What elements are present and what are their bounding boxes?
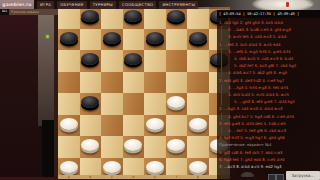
square-b2[interactable] — [80, 136, 102, 158]
square-a2[interactable] — [58, 136, 80, 158]
board-coordinates: abcdefgh — [58, 175, 230, 180]
square-f5[interactable] — [166, 72, 188, 94]
sub-bar: №1 Русские шашки — [0, 9, 58, 15]
move-line-19[interactable]: 6. hg3 fe5 7. gh2 ed4 8. c:e5 d:f4 — [219, 156, 318, 163]
square-c7[interactable] — [101, 29, 123, 51]
square-e3[interactable] — [144, 115, 166, 137]
file-label-b: b — [80, 175, 102, 180]
white-piece-d2[interactable] — [124, 139, 142, 151]
menu-item-4[interactable]: ИНСТРУМЕНТЫ — [159, 1, 198, 9]
black-piece-b8[interactable] — [81, 10, 99, 22]
black-piece-c7[interactable] — [103, 32, 121, 44]
square-e7[interactable] — [144, 29, 166, 51]
notification-icon[interactable] — [286, 2, 290, 7]
square-b3[interactable] — [80, 115, 102, 137]
move-line-14[interactable]: 3. ef4 g:e3 4. d:f4 de5 5. f:d6 c:e5 — [219, 120, 318, 127]
square-f3[interactable] — [166, 115, 188, 137]
square-d4[interactable] — [123, 93, 145, 115]
square-c6[interactable] — [101, 50, 123, 72]
topbar-right-controls: Профиль — [277, 0, 312, 9]
square-a8[interactable] — [58, 7, 80, 29]
white-piece-g1[interactable] — [189, 161, 207, 173]
file-label-a: a — [58, 175, 80, 180]
black-piece-d8[interactable] — [124, 10, 142, 22]
square-e4[interactable] — [144, 93, 166, 115]
white-piece-f4[interactable] — [167, 96, 185, 108]
square-c4[interactable] — [101, 93, 123, 115]
square-c2[interactable] — [101, 136, 123, 158]
panel-mini-button-2[interactable] — [276, 174, 284, 180]
square-g3[interactable] — [187, 115, 209, 137]
move-line-7[interactable]: 4. d:b6 a:c7 5. ab2 gf4 6. e:g5 — [221, 69, 318, 76]
file-label-c: c — [101, 175, 123, 180]
profile-label[interactable]: Профиль — [293, 2, 312, 7]
move-line-6[interactable]: 5. cb2 fe7 6. bc3 gf6 7. cb4 hg5 — [221, 62, 318, 69]
white-piece-a1[interactable] — [60, 161, 78, 173]
panel-mini-button-1[interactable] — [268, 174, 276, 180]
search-icon[interactable] — [277, 2, 282, 7]
white-piece-e1[interactable] — [146, 161, 164, 173]
square-e6[interactable] — [144, 50, 166, 72]
white-piece-g3[interactable] — [189, 118, 207, 130]
analysis-panel[interactable]: [ 43:09:54 | 58:42:17:35 | 43:09:49 ] 1.… — [217, 10, 320, 180]
move-line-11[interactable]: 5. …gh2 6. ef4 g:e3 7. d:f4 hg1 — [221, 98, 318, 105]
move-line-4[interactable]: 3. …ef4 4. e:g5 h:f4 5. g:e5 d:f4 — [221, 48, 318, 55]
game-number-chip[interactable]: №1 — [0, 9, 9, 15]
move-line-2[interactable]: 3. a:c5 fe5 4. cd4 e:c3 5. d:b4 — [221, 33, 318, 40]
square-d7[interactable] — [123, 29, 145, 51]
move-line-0[interactable]: 1. cb4 fg5 2. gf4 gh4 3. bc5 d:b4 — [219, 19, 318, 26]
square-e2[interactable] — [144, 136, 166, 158]
breadcrumb: Русские шашки — [11, 10, 39, 14]
white-piece-a3[interactable] — [60, 118, 78, 130]
square-g2[interactable] — [187, 136, 209, 158]
move-line-18[interactable]: 5. gf2 cd6 6. fe3 dc5 7. ab4 c:a3 — [219, 149, 318, 156]
black-piece-a7[interactable] — [60, 32, 78, 44]
menu-item-3[interactable]: СООБЩЕСТВО — [119, 1, 156, 9]
move-line-9[interactable]: 3. …fg3 4. h:f4 e:g3 5. fe5 d:f4 — [221, 84, 318, 91]
move-line-10[interactable]: 4. dc5 b:d4 5. e:c5 d:b4 6. a:c5 — [221, 91, 318, 98]
square-c3[interactable] — [101, 115, 123, 137]
move-line-16[interactable]: 4. fg3 h:f2 5. e:g3 hg7 6. gh4 gh6 — [219, 134, 318, 141]
square-g8[interactable] — [187, 7, 209, 29]
square-e5[interactable] — [144, 72, 166, 94]
square-c5[interactable] — [101, 72, 123, 94]
square-b4[interactable] — [80, 93, 102, 115]
background-led-dot — [46, 35, 49, 38]
menu-item-1[interactable]: ОБУЧЕНИЕ — [57, 1, 86, 9]
white-piece-f2[interactable] — [167, 139, 185, 151]
square-e8[interactable] — [144, 7, 166, 29]
move-list[interactable]: 1. cb4 fg5 2. gf4 gh4 3. bc5 d:b42. …ba5… — [217, 18, 320, 170]
move-line-1[interactable]: 2. …ba5 3. b:d6 c:e5 4. gf4 e:g3 — [221, 26, 318, 33]
square-g5[interactable] — [187, 72, 209, 94]
square-d6[interactable] — [123, 50, 145, 72]
square-f8[interactable] — [166, 7, 188, 29]
move-line-12[interactable]: 2. …hg5 3. cd4 e:c3 4. d:b4 a:c3 — [219, 105, 318, 112]
black-piece-e7[interactable] — [146, 32, 164, 44]
checkers-board[interactable] — [58, 7, 230, 179]
move-line-15[interactable]: 4. …fe7 5. fe3 gf6 6. cb4 a:c3 — [221, 127, 318, 134]
square-g6[interactable] — [187, 50, 209, 72]
file-label-d: d — [123, 175, 145, 180]
white-piece-e3[interactable] — [146, 118, 164, 130]
main-menu: ИГРАОБУЧЕНИЕТУРНИРЫСООБЩЕСТВОИНСТРУМЕНТЫ — [34, 1, 198, 9]
file-label-e: e — [144, 175, 166, 180]
black-piece-g7[interactable] — [189, 32, 207, 44]
square-f4[interactable] — [166, 93, 188, 115]
square-d5[interactable] — [123, 72, 145, 94]
square-d8[interactable] — [123, 7, 145, 29]
square-f2[interactable] — [166, 136, 188, 158]
black-piece-b4[interactable] — [81, 96, 99, 108]
background-photo-left — [0, 0, 40, 180]
square-d3[interactable] — [123, 115, 145, 137]
square-f6[interactable] — [166, 50, 188, 72]
file-label-g: g — [187, 175, 209, 180]
menu-item-0[interactable]: ИГРА — [37, 1, 54, 9]
square-f7[interactable] — [166, 29, 188, 51]
move-line-20[interactable]: 7. …bc3 8. d:b4 a:c5 9. ed2 hg3 — [219, 163, 318, 170]
square-d2[interactable] — [123, 136, 145, 158]
square-a4[interactable] — [58, 93, 80, 115]
move-line-13[interactable]: 4. gh4 bc7 5. hg3 cd6 6. c:e5 d:f4 — [221, 113, 318, 120]
square-b8[interactable] — [80, 7, 102, 29]
square-g4[interactable] — [187, 93, 209, 115]
square-a7[interactable] — [58, 29, 80, 51]
top-menu-bar: gambler.ru ИГРАОБУЧЕНИЕТУРНИРЫСООБЩЕСТВО… — [0, 0, 320, 9]
site-logo[interactable]: gambler.ru — [0, 0, 34, 9]
square-g7[interactable] — [187, 29, 209, 51]
black-piece-d6[interactable] — [124, 53, 142, 65]
black-piece-b6[interactable] — [81, 53, 99, 65]
move-line-3[interactable]: 1. …fe5 2. bc5 d:b4 3. a:c5 ed4 — [219, 41, 318, 48]
square-a3[interactable] — [58, 115, 80, 137]
file-label-f: f — [166, 175, 188, 180]
square-b5[interactable] — [80, 72, 102, 94]
square-c8[interactable] — [101, 7, 123, 29]
move-line-17[interactable]: Примечание: вариант №4 — [219, 141, 318, 148]
clock-header: [ 43:09:54 | 58:42:17:35 | 43:09:49 ] — [217, 10, 320, 18]
square-a6[interactable] — [58, 50, 80, 72]
move-line-8[interactable]: 2. ed4 gf4 3. de3 f:d2 4. c:e3 hg7 — [219, 77, 318, 84]
square-b6[interactable] — [80, 50, 102, 72]
move-line-5[interactable]: 4. cb6 a:c5 5. cd4 e:c3 6. b:d4 — [221, 55, 318, 62]
square-a5[interactable] — [58, 72, 80, 94]
menu-item-2[interactable]: ТУРНИРЫ — [90, 1, 116, 9]
loading-label[interactable]: Загрузка… — [286, 171, 320, 180]
black-piece-f8[interactable] — [167, 10, 185, 22]
square-b7[interactable] — [80, 29, 102, 51]
white-piece-c1[interactable] — [103, 161, 121, 173]
white-piece-b2[interactable] — [81, 139, 99, 151]
